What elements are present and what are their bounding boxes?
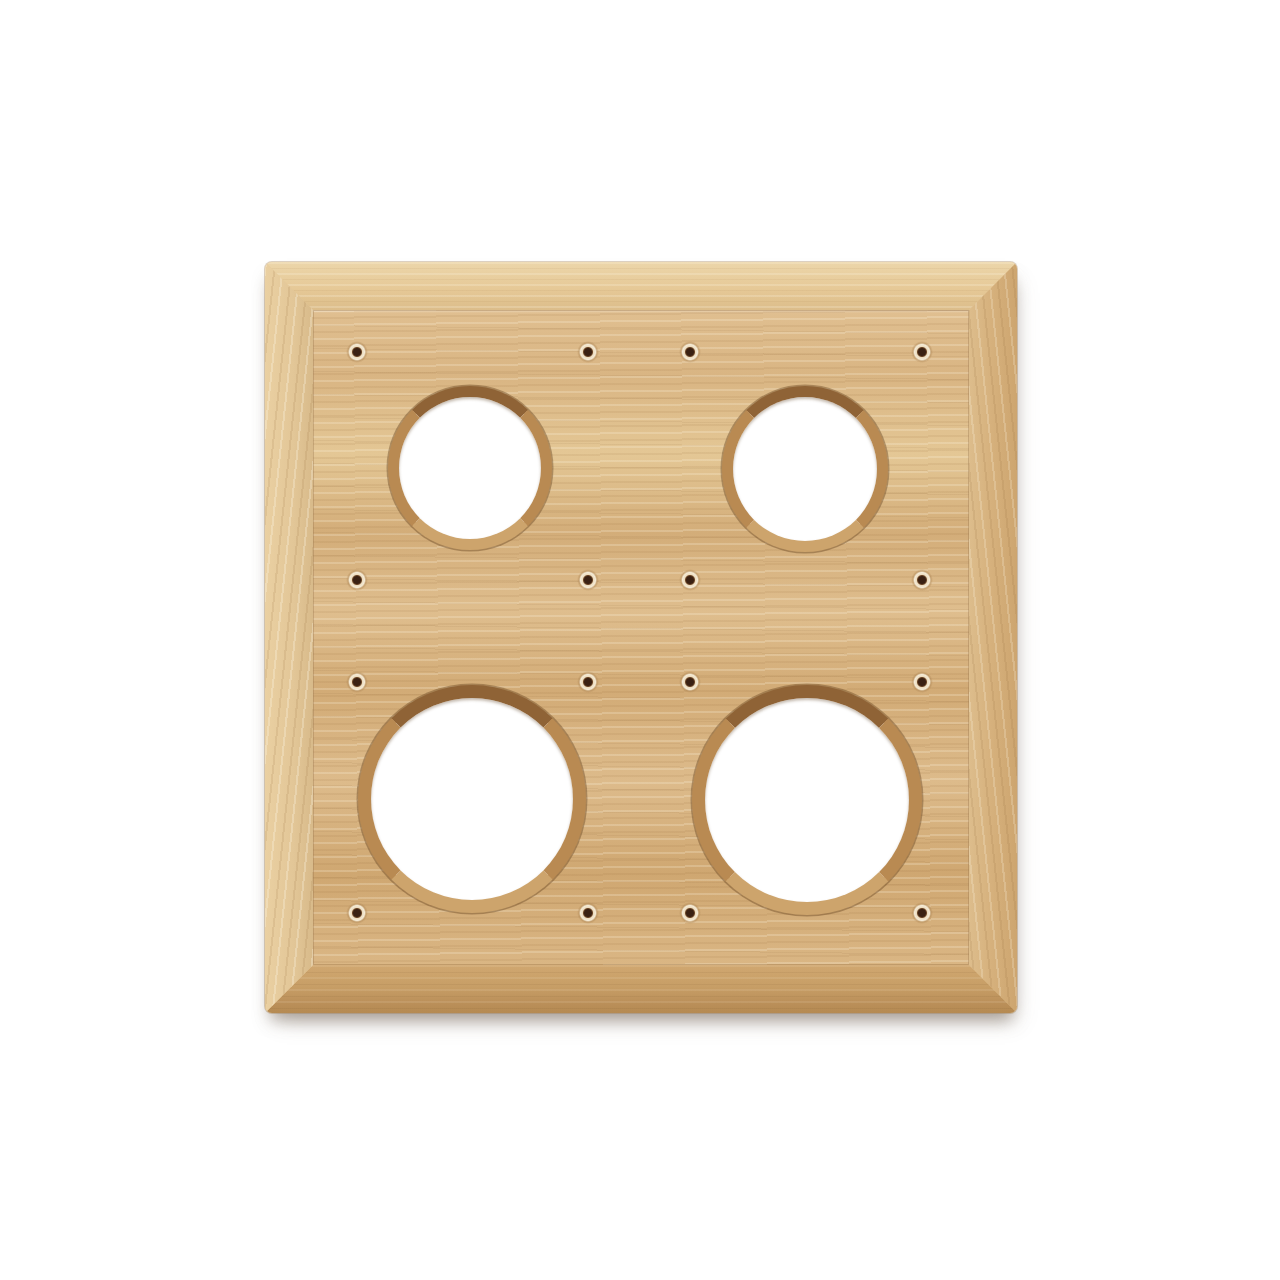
bevel-right-edge [969, 262, 1017, 1013]
cutout-top-left [388, 386, 552, 550]
pilot-hole [577, 341, 599, 363]
pilot-hole [346, 341, 368, 363]
plate-face [313, 310, 969, 965]
bevel-top-edge [265, 262, 1017, 310]
cutout-bottom-right [692, 685, 922, 915]
pilot-hole [577, 902, 599, 924]
pilot-hole [911, 341, 933, 363]
pilot-hole [577, 569, 599, 591]
pilot-hole [911, 902, 933, 924]
product-photo [0, 0, 1280, 1280]
pilot-hole [911, 671, 933, 693]
pilot-hole [346, 671, 368, 693]
pilot-hole [679, 671, 701, 693]
pilot-hole [679, 341, 701, 363]
pilot-hole [679, 902, 701, 924]
pilot-hole [346, 569, 368, 591]
wooden-plate [265, 262, 1017, 1013]
cutout-top-right [722, 386, 888, 552]
pilot-hole [577, 671, 599, 693]
cutout-bottom-left [358, 685, 586, 913]
pilot-hole [911, 569, 933, 591]
pilot-hole [346, 902, 368, 924]
bevel-bottom-edge [265, 965, 1017, 1013]
bevel-left-edge [265, 262, 313, 1013]
pilot-hole [679, 569, 701, 591]
